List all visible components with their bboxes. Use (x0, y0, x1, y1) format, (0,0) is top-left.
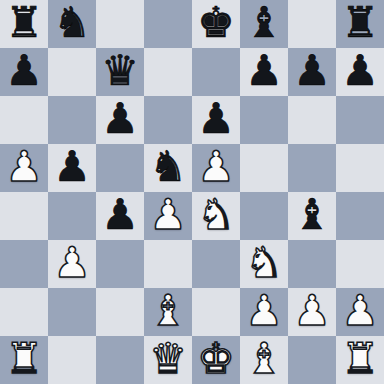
square-c7[interactable]: ♛ (96, 48, 144, 96)
square-h8[interactable]: ♜ (336, 0, 384, 48)
square-g6[interactable] (288, 96, 336, 144)
square-c5[interactable] (96, 144, 144, 192)
square-d1[interactable]: ♛ (144, 336, 192, 384)
square-e1[interactable]: ♚ (192, 336, 240, 384)
square-e6[interactable]: ♟ (192, 96, 240, 144)
square-e8[interactable]: ♚ (192, 0, 240, 48)
black-pawn: ♟ (341, 47, 379, 95)
square-d8[interactable] (144, 0, 192, 48)
black-queen: ♛ (101, 47, 139, 95)
white-queen: ♛ (149, 335, 187, 383)
square-b2[interactable] (48, 288, 96, 336)
square-b1[interactable] (48, 336, 96, 384)
square-f6[interactable] (240, 96, 288, 144)
square-c3[interactable] (96, 240, 144, 288)
square-d2[interactable]: ♝ (144, 288, 192, 336)
black-king: ♚ (197, 0, 235, 47)
square-g3[interactable] (288, 240, 336, 288)
black-bishop: ♝ (245, 0, 283, 47)
square-h5[interactable] (336, 144, 384, 192)
square-d7[interactable] (144, 48, 192, 96)
square-a8[interactable]: ♜ (0, 0, 48, 48)
white-bishop: ♝ (245, 335, 283, 383)
square-b3[interactable]: ♟ (48, 240, 96, 288)
square-h6[interactable] (336, 96, 384, 144)
square-e7[interactable] (192, 48, 240, 96)
square-d3[interactable] (144, 240, 192, 288)
chess-board: ♜♞♚♝♜♟♛♟♟♟♟♟♟♟♞♟♟♟♞♝♟♞♝♟♟♟♜♛♚♝♜ (0, 0, 384, 384)
square-b7[interactable] (48, 48, 96, 96)
square-a4[interactable] (0, 192, 48, 240)
square-f4[interactable] (240, 192, 288, 240)
square-b4[interactable] (48, 192, 96, 240)
square-f5[interactable] (240, 144, 288, 192)
white-pawn: ♟ (149, 191, 187, 239)
square-f2[interactable]: ♟ (240, 288, 288, 336)
square-b5[interactable]: ♟ (48, 144, 96, 192)
black-pawn: ♟ (101, 95, 139, 143)
square-c8[interactable] (96, 0, 144, 48)
square-h4[interactable] (336, 192, 384, 240)
square-a5[interactable]: ♟ (0, 144, 48, 192)
white-pawn: ♟ (341, 287, 379, 335)
square-e3[interactable] (192, 240, 240, 288)
white-knight: ♞ (245, 239, 283, 287)
square-a1[interactable]: ♜ (0, 336, 48, 384)
square-c6[interactable]: ♟ (96, 96, 144, 144)
black-pawn: ♟ (197, 95, 235, 143)
black-pawn: ♟ (5, 47, 43, 95)
white-pawn: ♟ (197, 143, 235, 191)
square-f1[interactable]: ♝ (240, 336, 288, 384)
square-g4[interactable]: ♝ (288, 192, 336, 240)
white-rook: ♜ (341, 335, 379, 383)
square-g7[interactable]: ♟ (288, 48, 336, 96)
white-pawn: ♟ (5, 143, 43, 191)
square-d4[interactable]: ♟ (144, 192, 192, 240)
black-rook: ♜ (5, 0, 43, 47)
white-king: ♚ (197, 335, 235, 383)
white-pawn: ♟ (293, 287, 331, 335)
square-f7[interactable]: ♟ (240, 48, 288, 96)
square-d6[interactable] (144, 96, 192, 144)
square-e2[interactable] (192, 288, 240, 336)
white-bishop: ♝ (149, 287, 187, 335)
square-f3[interactable]: ♞ (240, 240, 288, 288)
square-c2[interactable] (96, 288, 144, 336)
white-pawn: ♟ (245, 287, 283, 335)
square-a3[interactable] (0, 240, 48, 288)
square-g5[interactable] (288, 144, 336, 192)
square-h3[interactable] (336, 240, 384, 288)
square-b6[interactable] (48, 96, 96, 144)
square-e5[interactable]: ♟ (192, 144, 240, 192)
square-c1[interactable] (96, 336, 144, 384)
square-d5[interactable]: ♞ (144, 144, 192, 192)
square-c4[interactable]: ♟ (96, 192, 144, 240)
square-a2[interactable] (0, 288, 48, 336)
black-knight: ♞ (53, 0, 91, 47)
square-b8[interactable]: ♞ (48, 0, 96, 48)
square-g1[interactable] (288, 336, 336, 384)
square-g8[interactable] (288, 0, 336, 48)
black-bishop: ♝ (293, 191, 331, 239)
black-rook: ♜ (341, 0, 379, 47)
square-h1[interactable]: ♜ (336, 336, 384, 384)
square-h7[interactable]: ♟ (336, 48, 384, 96)
white-knight: ♞ (197, 191, 235, 239)
square-g2[interactable]: ♟ (288, 288, 336, 336)
black-pawn: ♟ (245, 47, 283, 95)
black-knight: ♞ (149, 143, 187, 191)
square-f8[interactable]: ♝ (240, 0, 288, 48)
square-a7[interactable]: ♟ (0, 48, 48, 96)
square-e4[interactable]: ♞ (192, 192, 240, 240)
black-pawn: ♟ (293, 47, 331, 95)
black-pawn: ♟ (53, 143, 91, 191)
square-a6[interactable] (0, 96, 48, 144)
square-h2[interactable]: ♟ (336, 288, 384, 336)
white-rook: ♜ (5, 335, 43, 383)
black-pawn: ♟ (101, 191, 139, 239)
white-pawn: ♟ (53, 239, 91, 287)
